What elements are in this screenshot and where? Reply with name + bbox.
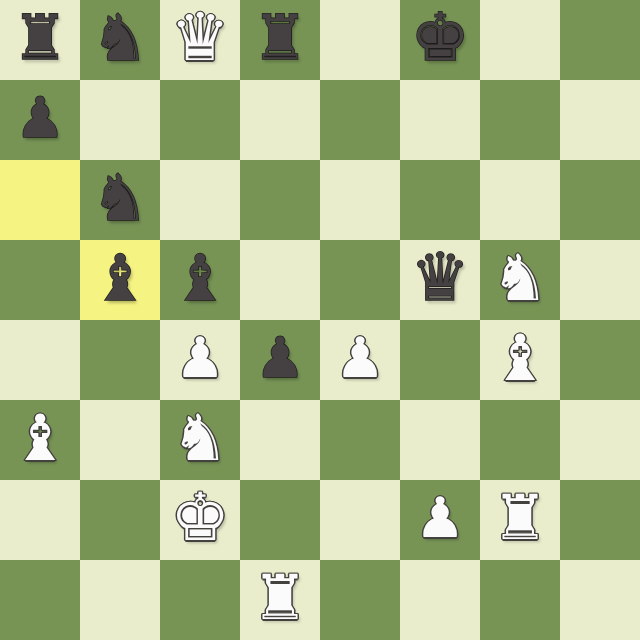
square-a4[interactable] [0, 320, 80, 400]
square-e4[interactable]: ♟ [320, 320, 400, 400]
white-pawn[interactable]: ♟ [335, 330, 385, 386]
square-g1[interactable] [480, 560, 560, 640]
square-b6[interactable]: ♞ [80, 160, 160, 240]
square-g8[interactable] [480, 0, 560, 80]
square-c3[interactable]: ♞ [160, 400, 240, 480]
white-knight[interactable]: ♞ [491, 246, 548, 310]
black-knight[interactable]: ♞ [91, 166, 148, 230]
square-d1[interactable]: ♜ [240, 560, 320, 640]
square-f5[interactable]: ♛ [400, 240, 480, 320]
square-b1[interactable] [80, 560, 160, 640]
square-b8[interactable]: ♞ [80, 0, 160, 80]
black-bishop[interactable]: ♝ [171, 246, 228, 310]
square-c1[interactable] [160, 560, 240, 640]
square-g4[interactable]: ♝ [480, 320, 560, 400]
black-queen[interactable]: ♛ [410, 245, 469, 311]
square-d8[interactable]: ♜ [240, 0, 320, 80]
white-rook[interactable]: ♜ [252, 567, 308, 629]
white-pawn[interactable]: ♟ [415, 490, 465, 546]
square-a6[interactable] [0, 160, 80, 240]
square-a2[interactable] [0, 480, 80, 560]
square-a5[interactable] [0, 240, 80, 320]
square-c8[interactable]: ♛ [160, 0, 240, 80]
square-f8[interactable]: ♚ [400, 0, 480, 80]
square-e5[interactable] [320, 240, 400, 320]
square-c7[interactable] [160, 80, 240, 160]
square-d7[interactable] [240, 80, 320, 160]
square-b3[interactable] [80, 400, 160, 480]
square-b2[interactable] [80, 480, 160, 560]
black-pawn[interactable]: ♟ [255, 330, 305, 386]
square-f3[interactable] [400, 400, 480, 480]
square-g2[interactable]: ♜ [480, 480, 560, 560]
black-bishop[interactable]: ♝ [91, 246, 148, 310]
square-b5[interactable]: ♝ [80, 240, 160, 320]
square-h2[interactable] [560, 480, 640, 560]
square-g3[interactable] [480, 400, 560, 480]
chess-board: ♜♞♛♜♚♟♞♝♝♛♞♟♟♟♝♝♞♚♟♜♜ [0, 0, 640, 640]
square-e3[interactable] [320, 400, 400, 480]
square-h8[interactable] [560, 0, 640, 80]
square-d3[interactable] [240, 400, 320, 480]
square-f1[interactable] [400, 560, 480, 640]
square-e6[interactable] [320, 160, 400, 240]
square-c6[interactable] [160, 160, 240, 240]
black-pawn[interactable]: ♟ [15, 90, 65, 146]
white-queen[interactable]: ♛ [170, 5, 229, 71]
white-knight[interactable]: ♞ [171, 406, 228, 470]
white-king[interactable]: ♚ [170, 485, 229, 551]
white-bishop[interactable]: ♝ [11, 406, 68, 470]
black-king[interactable]: ♚ [410, 5, 469, 71]
square-d5[interactable] [240, 240, 320, 320]
black-rook[interactable]: ♜ [252, 7, 308, 69]
white-bishop[interactable]: ♝ [491, 326, 548, 390]
square-b4[interactable] [80, 320, 160, 400]
black-rook[interactable]: ♜ [12, 7, 68, 69]
square-h3[interactable] [560, 400, 640, 480]
square-e2[interactable] [320, 480, 400, 560]
square-h7[interactable] [560, 80, 640, 160]
square-e1[interactable] [320, 560, 400, 640]
square-f7[interactable] [400, 80, 480, 160]
square-c5[interactable]: ♝ [160, 240, 240, 320]
black-knight[interactable]: ♞ [91, 6, 148, 70]
square-g6[interactable] [480, 160, 560, 240]
square-a1[interactable] [0, 560, 80, 640]
square-g5[interactable]: ♞ [480, 240, 560, 320]
square-h6[interactable] [560, 160, 640, 240]
square-g7[interactable] [480, 80, 560, 160]
square-a7[interactable]: ♟ [0, 80, 80, 160]
square-a3[interactable]: ♝ [0, 400, 80, 480]
square-d6[interactable] [240, 160, 320, 240]
square-c2[interactable]: ♚ [160, 480, 240, 560]
square-b7[interactable] [80, 80, 160, 160]
square-h4[interactable] [560, 320, 640, 400]
square-f6[interactable] [400, 160, 480, 240]
square-h5[interactable] [560, 240, 640, 320]
white-pawn[interactable]: ♟ [175, 330, 225, 386]
white-rook[interactable]: ♜ [492, 487, 548, 549]
square-e7[interactable] [320, 80, 400, 160]
square-d2[interactable] [240, 480, 320, 560]
square-f4[interactable] [400, 320, 480, 400]
square-d4[interactable]: ♟ [240, 320, 320, 400]
square-h1[interactable] [560, 560, 640, 640]
square-e8[interactable] [320, 0, 400, 80]
square-a8[interactable]: ♜ [0, 0, 80, 80]
square-f2[interactable]: ♟ [400, 480, 480, 560]
square-c4[interactable]: ♟ [160, 320, 240, 400]
